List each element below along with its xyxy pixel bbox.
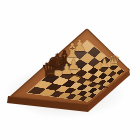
chess-set-photo[interactable]: ♛♟♟♝♟♝♚♟♛	[0, 0, 140, 140]
